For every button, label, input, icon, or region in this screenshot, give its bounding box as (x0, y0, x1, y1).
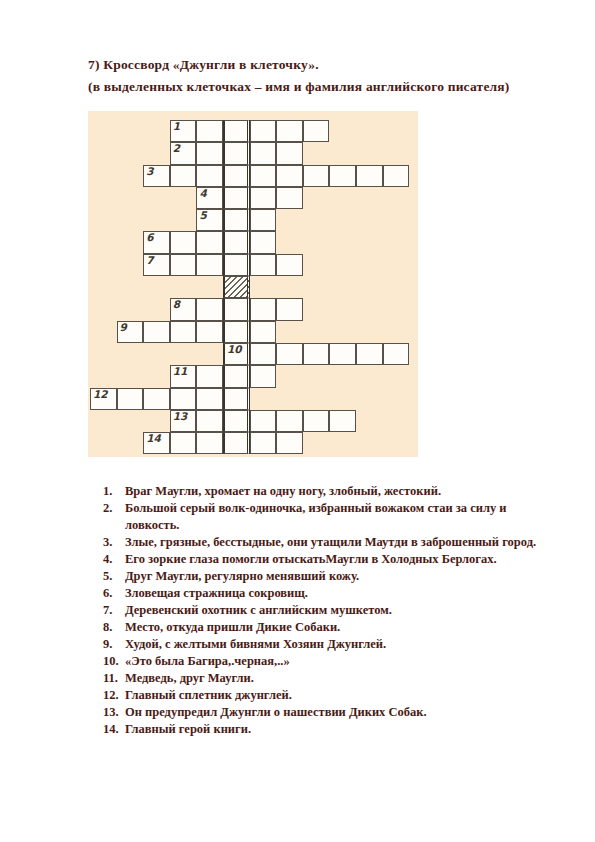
crossword-cell (276, 432, 303, 454)
crossword-cell (250, 231, 277, 253)
crossword-cell (303, 343, 330, 365)
clue-item: 2.Большой серый волк-одиночка, избранный… (103, 500, 565, 534)
crossword-cell (329, 343, 356, 365)
crossword-cell (250, 120, 277, 142)
clue-item: 8.Место, откуда пришли Дикие Собаки. (103, 619, 565, 636)
crossword-cell: 8 (170, 298, 197, 320)
crossword-grid: 1234567891011121314 (90, 120, 409, 454)
clue-item: 12.Главный сплетник джунглей. (103, 687, 565, 704)
hatched-separator-cell (223, 276, 250, 298)
crossword-cell: 2 (170, 142, 197, 164)
clue-text: Медведь, друг Маугли. (125, 670, 561, 687)
clue-item: 3.Злые, грязные, бесстыдные, они утащили… (103, 534, 565, 551)
clue-item: 13.Он предупредил Джунгли о нашествии Ди… (103, 704, 565, 721)
crossword-cell (250, 254, 277, 276)
clue-text: Худой, с желтыми бивнями Хозяин Джунглей… (125, 636, 561, 653)
crossword-cell (196, 321, 223, 343)
crossword-cell (223, 321, 250, 343)
clue-text: Злые, грязные, бесстыдные, они утащили М… (125, 534, 561, 551)
clue-item: 6.Зловещая стражница сокровищ. (103, 585, 565, 602)
cell-number: 6 (146, 232, 153, 243)
clue-text: Зловещая стражница сокровищ. (125, 585, 561, 602)
clue-item: 14.Главный герой книги. (103, 721, 565, 738)
crossword-cell (250, 365, 277, 387)
clue-text: Место, откуда пришли Дикие Собаки. (125, 619, 561, 636)
clue-text: Враг Маугли, хромает на одну ногу, злобн… (125, 483, 561, 500)
crossword-cell: 7 (143, 254, 170, 276)
crossword-cell (303, 410, 330, 432)
crossword-cell: 11 (170, 365, 197, 387)
crossword-cell (196, 165, 223, 187)
crossword-cell (223, 187, 250, 209)
crossword-cell (276, 343, 303, 365)
crossword-cell (117, 388, 144, 410)
cell-number: 7 (146, 255, 153, 266)
clue-number: 11. (103, 670, 125, 687)
crossword-cell (223, 298, 250, 320)
clue-text: «Это была Багира,.черная,..» (125, 653, 561, 670)
crossword-cell (223, 120, 250, 142)
clue-number: 9. (103, 636, 125, 653)
crossword-cell (196, 298, 223, 320)
clue-item: 11.Медведь, друг Маугли. (103, 670, 565, 687)
cell-number: 11 (173, 366, 188, 377)
crossword-cell (223, 231, 250, 253)
crossword-cell (276, 298, 303, 320)
crossword-cell (196, 410, 223, 432)
clue-item: 7.Деревенский охотник с английским мушке… (103, 602, 565, 619)
clue-number: 10. (103, 653, 125, 670)
cell-number: 2 (173, 143, 180, 154)
crossword-cell (276, 165, 303, 187)
crossword-cell (196, 432, 223, 454)
crossword-cell (250, 410, 277, 432)
crossword-cell (276, 142, 303, 164)
clue-text: Он предупредил Джунгли о нашествии Диких… (125, 704, 561, 721)
clue-number: 14. (103, 721, 125, 738)
crossword-cell (356, 165, 383, 187)
crossword-cell (223, 142, 250, 164)
clue-item: 4.Его зоркие глаза помогли отыскатьМаугл… (103, 551, 565, 568)
crossword-cell (250, 321, 277, 343)
cell-number: 1 (173, 121, 180, 132)
crossword-cell (250, 142, 277, 164)
crossword-cell (223, 209, 250, 231)
crossword-cell: 10 (223, 343, 250, 365)
clue-item: 10.«Это была Багира,.черная,..» (103, 653, 565, 670)
crossword-cell (223, 165, 250, 187)
worksheet-title: 7) Кроссворд «Джунгли в клеточку». (88, 57, 319, 73)
crossword-cell (250, 343, 277, 365)
clue-text: Друг Маугли, регулярно менявший кожу. (125, 568, 561, 585)
clue-number: 12. (103, 687, 125, 704)
crossword-cell (250, 432, 277, 454)
crossword-cell: 4 (196, 187, 223, 209)
cell-number: 12 (93, 389, 108, 400)
cell-number: 14 (146, 433, 161, 444)
crossword-cell (170, 432, 197, 454)
crossword-cell (250, 209, 277, 231)
clue-number: 2. (103, 500, 125, 534)
cell-number: 13 (173, 411, 188, 422)
crossword-cell: 6 (143, 231, 170, 253)
clue-number: 7. (103, 602, 125, 619)
clue-number: 5. (103, 568, 125, 585)
cell-number: 5 (199, 210, 206, 221)
crossword-cell (196, 231, 223, 253)
clue-item: 9.Худой, с желтыми бивнями Хозяин Джунгл… (103, 636, 565, 653)
clue-number: 6. (103, 585, 125, 602)
cell-number: 10 (227, 344, 242, 355)
crossword-cell (196, 388, 223, 410)
clue-number: 8. (103, 619, 125, 636)
crossword-cell (170, 321, 197, 343)
crossword-cell: 9 (117, 321, 144, 343)
clue-number: 1. (103, 483, 125, 500)
crossword-cell (383, 165, 410, 187)
crossword-cell (143, 388, 170, 410)
clue-item: 1.Враг Маугли, хромает на одну ногу, зло… (103, 483, 565, 500)
crossword-cell (223, 254, 250, 276)
cell-number: 3 (146, 166, 153, 177)
crossword-cell (223, 410, 250, 432)
crossword-cell (276, 254, 303, 276)
crossword-cell (223, 388, 250, 410)
clue-item: 5.Друг Маугли, регулярно менявший кожу. (103, 568, 565, 585)
crossword-cell (223, 432, 250, 454)
crossword-cell (223, 365, 250, 387)
crossword-cell (250, 187, 277, 209)
clue-text: Деревенский охотник с английским мушкето… (125, 602, 561, 619)
crossword-cell (196, 120, 223, 142)
crossword-cell (303, 120, 330, 142)
clue-text: Главный герой книги. (125, 721, 561, 738)
crossword-cell (383, 343, 410, 365)
crossword-scan-image: 1234567891011121314 (88, 111, 418, 457)
crossword-cell (196, 254, 223, 276)
crossword-cell (276, 120, 303, 142)
crossword-cell: 5 (196, 209, 223, 231)
crossword-cell (170, 254, 197, 276)
crossword-cell (303, 165, 330, 187)
crossword-cell (196, 142, 223, 164)
clue-number: 4. (103, 551, 125, 568)
crossword-cell (170, 231, 197, 253)
clues-list: 1.Враг Маугли, хромает на одну ногу, зло… (103, 483, 565, 738)
crossword-cell: 13 (170, 410, 197, 432)
crossword-cell (356, 343, 383, 365)
crossword-cell (276, 410, 303, 432)
crossword-cell: 1 (170, 120, 197, 142)
cell-number: 8 (173, 299, 180, 310)
cell-number: 9 (120, 322, 127, 333)
clue-number: 3. (103, 534, 125, 551)
clue-text: Большой серый волк-одиночка, избранный в… (125, 500, 561, 534)
clue-text: Его зоркие глаза помогли отыскатьМаугли … (125, 551, 561, 568)
crossword-cell (329, 165, 356, 187)
crossword-cell (329, 410, 356, 432)
cell-number: 4 (199, 188, 206, 199)
crossword-cell (276, 187, 303, 209)
crossword-cell (170, 165, 197, 187)
clue-number: 13. (103, 704, 125, 721)
crossword-cell: 12 (90, 388, 117, 410)
crossword-cell: 14 (143, 432, 170, 454)
crossword-cell (170, 388, 197, 410)
crossword-cell (196, 365, 223, 387)
worksheet-subtitle: (в выделенных клеточках – имя и фамилия … (88, 79, 510, 95)
crossword-cell (250, 165, 277, 187)
clue-text: Главный сплетник джунглей. (125, 687, 561, 704)
crossword-cell: 3 (143, 165, 170, 187)
crossword-cell (143, 321, 170, 343)
crossword-cell (250, 298, 277, 320)
